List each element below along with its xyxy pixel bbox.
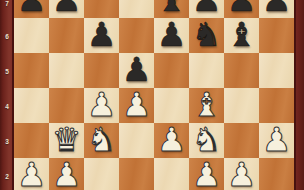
square-b3[interactable]: ♛: [49, 123, 84, 158]
square-e3[interactable]: ♟: [154, 123, 189, 158]
square-d4[interactable]: ♟: [119, 88, 154, 123]
rank-label-5: 5: [3, 68, 11, 75]
square-g3[interactable]: [224, 123, 259, 158]
board-right-border: [294, 0, 296, 190]
square-h3[interactable]: ♟: [259, 123, 294, 158]
square-h2[interactable]: [259, 158, 294, 190]
square-a4[interactable]: [14, 88, 49, 123]
square-f3[interactable]: ♞: [189, 123, 224, 158]
square-d5[interactable]: ♟: [119, 53, 154, 88]
square-f6[interactable]: ♞: [189, 18, 224, 53]
black-pawn-a7[interactable]: ♟: [17, 0, 47, 17]
square-b4[interactable]: [49, 88, 84, 123]
white-pawn-h3[interactable]: ♟: [262, 122, 292, 157]
white-pawn-c4[interactable]: ♟: [87, 87, 117, 122]
white-pawn-a2[interactable]: ♟: [17, 157, 47, 190]
black-knight-f6[interactable]: ♞: [192, 17, 222, 52]
square-a6[interactable]: [14, 18, 49, 53]
square-a3[interactable]: [14, 123, 49, 158]
rank-label-2: 2: [3, 173, 11, 180]
rank-label-6: 6: [3, 33, 11, 40]
square-g4[interactable]: [224, 88, 259, 123]
square-d3[interactable]: [119, 123, 154, 158]
square-d6[interactable]: [119, 18, 154, 53]
square-g6[interactable]: ♝: [224, 18, 259, 53]
square-g5[interactable]: [224, 53, 259, 88]
square-h4[interactable]: [259, 88, 294, 123]
square-a7[interactable]: ♟: [14, 0, 49, 18]
black-pawn-h7[interactable]: ♟: [262, 0, 292, 17]
square-d2[interactable]: [119, 158, 154, 190]
square-c5[interactable]: [84, 53, 119, 88]
rank-label-3: 3: [3, 138, 11, 145]
square-e5[interactable]: [154, 53, 189, 88]
square-b6[interactable]: [49, 18, 84, 53]
square-b5[interactable]: [49, 53, 84, 88]
square-a5[interactable]: [14, 53, 49, 88]
square-b7[interactable]: ♟: [49, 0, 84, 18]
rank-label-4: 4: [3, 103, 11, 110]
square-c6[interactable]: ♟: [84, 18, 119, 53]
white-pawn-e3[interactable]: ♟: [157, 122, 187, 157]
black-bishop-g6[interactable]: ♝: [227, 17, 257, 52]
square-e4[interactable]: [154, 88, 189, 123]
white-bishop-f4[interactable]: ♝: [192, 87, 222, 122]
square-c3[interactable]: ♞: [84, 123, 119, 158]
square-f5[interactable]: [189, 53, 224, 88]
square-c4[interactable]: ♟: [84, 88, 119, 123]
square-h5[interactable]: [259, 53, 294, 88]
white-knight-c3[interactable]: ♞: [87, 122, 117, 157]
square-a2[interactable]: ♟: [14, 158, 49, 190]
square-h6[interactable]: [259, 18, 294, 53]
white-pawn-g2[interactable]: ♟: [227, 157, 257, 190]
black-pawn-e6[interactable]: ♟: [157, 17, 187, 52]
white-pawn-b2[interactable]: ♟: [52, 157, 82, 190]
square-g2[interactable]: ♟: [224, 158, 259, 190]
square-b2[interactable]: ♟: [49, 158, 84, 190]
white-pawn-f2[interactable]: ♟: [192, 157, 222, 190]
square-f4[interactable]: ♝: [189, 88, 224, 123]
white-pawn-d4[interactable]: ♟: [122, 87, 152, 122]
chess-board[interactable]: ♟♟♝♟♟♟♟♟♞♝♟♟♟♝♛♞♟♞♟♟♟♟♟: [14, 0, 294, 190]
black-pawn-b7[interactable]: ♟: [52, 0, 82, 17]
square-c2[interactable]: [84, 158, 119, 190]
square-e6[interactable]: ♟: [154, 18, 189, 53]
square-h7[interactable]: ♟: [259, 0, 294, 18]
black-pawn-c6[interactable]: ♟: [87, 17, 117, 52]
square-e2[interactable]: [154, 158, 189, 190]
chess-board-screenshot: ♟♟♝♟♟♟♟♟♞♝♟♟♟♝♛♞♟♞♟♟♟♟♟ 765432: [0, 0, 304, 190]
square-d7[interactable]: [119, 0, 154, 18]
white-queen-b3[interactable]: ♛: [52, 122, 82, 157]
white-knight-f3[interactable]: ♞: [192, 122, 222, 157]
rank-label-7: 7: [3, 0, 11, 7]
square-f2[interactable]: ♟: [189, 158, 224, 190]
black-pawn-d5[interactable]: ♟: [122, 52, 152, 87]
